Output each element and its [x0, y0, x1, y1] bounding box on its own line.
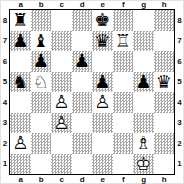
square-c7[interactable] [51, 31, 72, 52]
square-b2[interactable] [31, 133, 52, 154]
black-pawn-glyph: ♟ [12, 32, 28, 50]
square-e6[interactable] [92, 51, 113, 72]
square-e1[interactable] [92, 154, 113, 175]
rank-label-3: 3 [3, 119, 7, 127]
black-queen[interactable]: ♛ [92, 31, 113, 52]
square-g1[interactable]: ♚♔ [133, 154, 154, 175]
white-king[interactable]: ♚♔ [133, 154, 154, 175]
white-pawn-glyph: ♙ [53, 114, 69, 132]
square-f2[interactable] [113, 133, 134, 154]
square-g7[interactable] [133, 31, 154, 52]
square-e2[interactable] [92, 133, 113, 154]
white-bishop[interactable]: ♝♗ [133, 133, 154, 154]
square-h8[interactable] [154, 10, 175, 31]
square-f7[interactable]: ♜♖ [113, 31, 134, 52]
square-g6[interactable] [133, 51, 154, 72]
square-b4[interactable] [31, 92, 52, 113]
square-e7[interactable]: ♛ [92, 31, 113, 52]
square-f4[interactable] [113, 92, 134, 113]
square-d6[interactable]: ♟ [72, 51, 93, 72]
black-pawn[interactable]: ♟ [92, 72, 113, 93]
file-label-d: d [80, 1, 85, 9]
square-b1[interactable] [31, 154, 52, 175]
black-rook-glyph: ♜ [12, 11, 28, 29]
rank-label-2: 2 [3, 140, 7, 148]
square-a8[interactable]: ♜ [10, 10, 31, 31]
square-e3[interactable] [92, 113, 113, 134]
black-bishop-glyph: ♝ [33, 32, 49, 50]
white-pawn-glyph: ♙ [12, 134, 28, 152]
black-knight[interactable]: ♞ [10, 72, 31, 93]
rank-label-4: 4 [3, 99, 7, 107]
square-h3[interactable] [154, 113, 175, 134]
file-label-h: h [162, 176, 167, 184]
square-a3[interactable] [10, 113, 31, 134]
black-pawn[interactable]: ♟ [10, 31, 31, 52]
file-label-b: b [39, 176, 44, 184]
rank-label-4: 4 [177, 99, 181, 107]
file-label-g: g [141, 176, 146, 184]
white-pawn-glyph: ♙ [53, 93, 69, 111]
black-bishop[interactable]: ♝ [31, 31, 52, 52]
square-e8[interactable]: ♚ [92, 10, 113, 31]
square-f3[interactable] [113, 113, 134, 134]
black-pawn[interactable]: ♟ [31, 51, 52, 72]
square-g5[interactable]: ♟ [133, 72, 154, 93]
square-d2[interactable] [72, 133, 93, 154]
file-labels-bottom: abcdefgh [11, 176, 177, 183]
rank-label-5: 5 [177, 78, 181, 86]
rank-label-2: 2 [177, 140, 181, 148]
square-d8[interactable] [72, 10, 93, 31]
square-h5[interactable]: ♛ [154, 72, 175, 93]
rank-label-6: 6 [3, 58, 7, 66]
square-e4[interactable]: ♟♙ [92, 92, 113, 113]
square-a6[interactable] [10, 51, 31, 72]
black-pawn[interactable]: ♟ [72, 51, 93, 72]
white-king-glyph: ♔ [135, 155, 151, 173]
square-a1[interactable] [10, 154, 31, 175]
square-e5[interactable]: ♟ [92, 72, 113, 93]
white-bishop-glyph: ♗ [135, 134, 151, 152]
square-h1[interactable] [154, 154, 175, 175]
square-g2[interactable]: ♝♗ [133, 133, 154, 154]
square-a5[interactable]: ♞ [10, 72, 31, 93]
file-label-e: e [101, 1, 105, 9]
square-c6[interactable] [51, 51, 72, 72]
square-f6[interactable] [113, 51, 134, 72]
file-labels-top: abcdefgh [11, 1, 177, 9]
square-d5[interactable] [72, 72, 93, 93]
square-h4[interactable] [154, 92, 175, 113]
black-rook[interactable]: ♜ [10, 10, 31, 31]
square-a2[interactable]: ♟♙ [10, 133, 31, 154]
file-label-f: f [122, 176, 125, 184]
square-g3[interactable] [133, 113, 154, 134]
rank-label-7: 7 [3, 37, 7, 45]
black-pawn-glyph: ♟ [74, 52, 90, 70]
white-pawn[interactable]: ♟♙ [51, 113, 72, 134]
file-label-a: a [19, 176, 23, 184]
square-d1[interactable] [72, 154, 93, 175]
black-queen[interactable]: ♛ [154, 72, 175, 93]
white-rook-glyph: ♖ [115, 32, 131, 50]
file-label-d: d [80, 176, 85, 184]
rank-label-7: 7 [177, 37, 181, 45]
square-c8[interactable] [51, 10, 72, 31]
square-h2[interactable] [154, 133, 175, 154]
square-h6[interactable] [154, 51, 175, 72]
square-c1[interactable] [51, 154, 72, 175]
white-pawn-glyph: ♙ [94, 93, 110, 111]
square-b7[interactable]: ♝ [31, 31, 52, 52]
rank-label-8: 8 [177, 17, 181, 25]
black-queen-glyph: ♛ [94, 32, 110, 50]
rank-label-8: 8 [3, 17, 7, 25]
file-label-a: a [19, 1, 23, 9]
rank-labels-right: 87654321 [176, 11, 183, 177]
rank-labels-left: 87654321 [1, 11, 9, 177]
square-b6[interactable]: ♟ [31, 51, 52, 72]
file-label-h: h [162, 1, 167, 9]
square-a4[interactable] [10, 92, 31, 113]
square-h7[interactable] [154, 31, 175, 52]
square-c3[interactable]: ♟♙ [51, 113, 72, 134]
file-label-e: e [101, 176, 105, 184]
square-c4[interactable]: ♟♙ [51, 92, 72, 113]
square-f5[interactable] [113, 72, 134, 93]
square-g4[interactable] [133, 92, 154, 113]
white-knight-glyph: ♘ [33, 73, 49, 91]
square-f1[interactable] [113, 154, 134, 175]
black-pawn-glyph: ♟ [33, 52, 49, 70]
rank-label-1: 1 [177, 160, 181, 168]
white-knight[interactable]: ♞♘ [31, 72, 52, 93]
square-c5[interactable] [51, 72, 72, 93]
square-b3[interactable] [31, 113, 52, 134]
square-g8[interactable] [133, 10, 154, 31]
black-king[interactable]: ♚ [92, 10, 113, 31]
black-queen-glyph: ♛ [156, 73, 172, 91]
file-label-c: c [60, 176, 64, 184]
square-d7[interactable] [72, 31, 93, 52]
chess-diagram: abcdefgh 87654321 ♜♚♟♝♛♜♖♟♟♞♞♘♟♟♛♟♙♟♙♟♙♟… [0, 0, 184, 184]
white-pawn[interactable]: ♟♙ [51, 92, 72, 113]
black-knight-glyph: ♞ [12, 73, 28, 91]
white-rook[interactable]: ♜♖ [113, 31, 134, 52]
file-label-g: g [141, 1, 146, 9]
square-b5[interactable]: ♞♘ [31, 72, 52, 93]
rank-label-1: 1 [3, 160, 7, 168]
white-pawn[interactable]: ♟♙ [10, 133, 31, 154]
file-label-f: f [122, 1, 125, 9]
white-pawn[interactable]: ♟♙ [92, 92, 113, 113]
square-d4[interactable] [72, 92, 93, 113]
square-b8[interactable] [31, 10, 52, 31]
rank-label-3: 3 [177, 119, 181, 127]
black-pawn-glyph: ♟ [135, 73, 151, 91]
square-d3[interactable] [72, 113, 93, 134]
black-pawn-glyph: ♟ [94, 73, 110, 91]
square-f8[interactable] [113, 10, 134, 31]
black-pawn[interactable]: ♟ [133, 72, 154, 93]
chess-board: ♜♚♟♝♛♜♖♟♟♞♞♘♟♟♛♟♙♟♙♟♙♟♙♝♗♚♔ [9, 9, 175, 175]
black-king-glyph: ♚ [94, 11, 110, 29]
file-label-b: b [39, 1, 44, 9]
rank-label-5: 5 [3, 78, 7, 86]
square-a7[interactable]: ♟ [10, 31, 31, 52]
rank-label-6: 6 [177, 58, 181, 66]
file-label-c: c [60, 1, 64, 9]
square-c2[interactable] [51, 133, 72, 154]
